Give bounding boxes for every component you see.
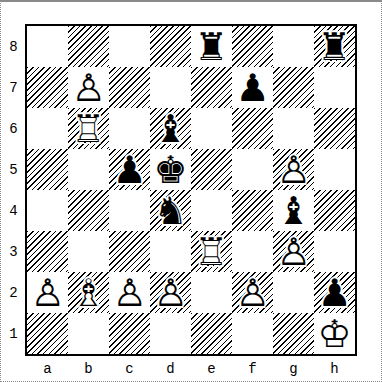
file-label-a: a	[27, 359, 68, 379]
square-c3[interactable]	[109, 231, 150, 272]
piece-black-bishop[interactable]: ♝♝	[150, 108, 191, 149]
square-f7[interactable]: ♟♟	[232, 67, 273, 108]
black-king-glyph: ♚	[150, 149, 191, 190]
square-g5[interactable]: ♟♙	[273, 149, 314, 190]
piece-black-pawn[interactable]: ♟♟	[232, 67, 273, 108]
square-h7[interactable]	[314, 67, 355, 108]
black-bishop-glyph: ♝	[273, 190, 314, 231]
file-label-g: g	[273, 359, 314, 379]
black-bishop-glyph: ♝	[150, 108, 191, 149]
white-pawn-glyph: ♙	[68, 67, 109, 108]
white-pawn-glyph: ♙	[109, 272, 150, 313]
square-b3[interactable]	[68, 231, 109, 272]
square-h6[interactable]	[314, 108, 355, 149]
piece-black-pawn[interactable]: ♟♟	[314, 272, 355, 313]
white-rook-glyph: ♖	[191, 231, 232, 272]
square-b6[interactable]: ♜♖	[68, 108, 109, 149]
file-label-d: d	[150, 359, 191, 379]
piece-white-pawn[interactable]: ♟♙	[232, 272, 273, 313]
piece-white-pawn[interactable]: ♟♙	[273, 149, 314, 190]
square-g8[interactable]	[273, 26, 314, 67]
piece-white-king[interactable]: ♚♔	[314, 313, 355, 354]
square-c1[interactable]	[109, 313, 150, 354]
square-c4[interactable]	[109, 190, 150, 231]
square-a4[interactable]	[27, 190, 68, 231]
square-c2[interactable]: ♟♙	[109, 272, 150, 313]
square-f1[interactable]	[232, 313, 273, 354]
piece-white-pawn[interactable]: ♟♙	[68, 67, 109, 108]
chess-board: ♜♜♜♜♟♙♟♟♜♖♝♝♟♟♚♚♟♙♞♞♝♝♜♖♟♙♟♙♝♗♟♙♟♙♟♙♟♟♚♔	[25, 24, 357, 356]
piece-black-king[interactable]: ♚♚	[150, 149, 191, 190]
white-bishop-glyph: ♗	[68, 272, 109, 313]
black-pawn-glyph: ♟	[314, 272, 355, 313]
piece-white-pawn[interactable]: ♟♙	[27, 272, 68, 313]
square-d2[interactable]: ♟♙	[150, 272, 191, 313]
white-pawn-glyph: ♙	[27, 272, 68, 313]
square-f8[interactable]	[232, 26, 273, 67]
square-b8[interactable]	[68, 26, 109, 67]
square-b4[interactable]	[68, 190, 109, 231]
square-a5[interactable]	[27, 149, 68, 190]
square-f2[interactable]: ♟♙	[232, 272, 273, 313]
piece-white-pawn[interactable]: ♟♙	[150, 272, 191, 313]
square-h8[interactable]: ♜♜	[314, 26, 355, 67]
square-d5[interactable]: ♚♚	[150, 149, 191, 190]
piece-white-rook[interactable]: ♜♖	[191, 231, 232, 272]
square-h4[interactable]	[314, 190, 355, 231]
piece-white-bishop[interactable]: ♝♗	[68, 272, 109, 313]
square-f4[interactable]	[232, 190, 273, 231]
square-h3[interactable]	[314, 231, 355, 272]
piece-black-bishop[interactable]: ♝♝	[273, 190, 314, 231]
square-g6[interactable]	[273, 108, 314, 149]
square-f6[interactable]	[232, 108, 273, 149]
square-e3[interactable]: ♜♖	[191, 231, 232, 272]
square-e8[interactable]: ♜♜	[191, 26, 232, 67]
square-a1[interactable]	[27, 313, 68, 354]
rank-label-5: 5	[5, 149, 22, 190]
piece-white-pawn[interactable]: ♟♙	[109, 272, 150, 313]
white-pawn-glyph: ♙	[232, 272, 273, 313]
white-king-glyph: ♔	[314, 313, 355, 354]
rank-label-2: 2	[5, 272, 22, 313]
square-d8[interactable]	[150, 26, 191, 67]
square-f5[interactable]	[232, 149, 273, 190]
square-c6[interactable]	[109, 108, 150, 149]
square-c8[interactable]	[109, 26, 150, 67]
square-h2[interactable]: ♟♟	[314, 272, 355, 313]
square-d7[interactable]	[150, 67, 191, 108]
black-knight-glyph: ♞	[150, 190, 191, 231]
file-label-f: f	[232, 359, 273, 379]
piece-black-knight[interactable]: ♞♞	[150, 190, 191, 231]
square-g7[interactable]	[273, 67, 314, 108]
black-rook-glyph: ♜	[314, 26, 355, 67]
white-pawn-glyph: ♙	[273, 149, 314, 190]
square-b2[interactable]: ♝♗	[68, 272, 109, 313]
white-pawn-glyph: ♙	[273, 231, 314, 272]
file-label-h: h	[314, 359, 355, 379]
square-h1[interactable]: ♚♔	[314, 313, 355, 354]
rank-label-1: 1	[5, 313, 22, 354]
square-e5[interactable]	[191, 149, 232, 190]
square-a2[interactable]: ♟♙	[27, 272, 68, 313]
file-label-b: b	[68, 359, 109, 379]
square-a7[interactable]	[27, 67, 68, 108]
square-e1[interactable]	[191, 313, 232, 354]
square-b5[interactable]	[68, 149, 109, 190]
black-pawn-glyph: ♟	[232, 67, 273, 108]
piece-white-rook[interactable]: ♜♖	[68, 108, 109, 149]
square-f3[interactable]	[232, 231, 273, 272]
square-e7[interactable]	[191, 67, 232, 108]
white-pawn-glyph: ♙	[150, 272, 191, 313]
square-e2[interactable]	[191, 272, 232, 313]
rank-label-4: 4	[5, 190, 22, 231]
rank-label-8: 8	[5, 26, 22, 67]
square-d4[interactable]: ♞♞	[150, 190, 191, 231]
white-rook-glyph: ♖	[68, 108, 109, 149]
black-rook-glyph: ♜	[191, 26, 232, 67]
square-a3[interactable]	[27, 231, 68, 272]
diagram-frame: ♜♜♜♜♟♙♟♟♜♖♝♝♟♟♚♚♟♙♞♞♝♝♜♖♟♙♟♙♝♗♟♙♟♙♟♙♟♟♚♔…	[0, 0, 382, 382]
square-e4[interactable]	[191, 190, 232, 231]
square-h5[interactable]	[314, 149, 355, 190]
square-d3[interactable]	[150, 231, 191, 272]
file-label-e: e	[191, 359, 232, 379]
rank-label-6: 6	[5, 108, 22, 149]
square-c7[interactable]	[109, 67, 150, 108]
square-b7[interactable]: ♟♙	[68, 67, 109, 108]
piece-black-rook[interactable]: ♜♜	[191, 26, 232, 67]
rank-label-3: 3	[5, 231, 22, 272]
square-d1[interactable]	[150, 313, 191, 354]
square-a6[interactable]	[27, 108, 68, 149]
square-g3[interactable]: ♟♙	[273, 231, 314, 272]
rank-label-7: 7	[5, 67, 22, 108]
square-c5[interactable]: ♟♟	[109, 149, 150, 190]
piece-black-pawn[interactable]: ♟♟	[109, 149, 150, 190]
file-label-c: c	[109, 359, 150, 379]
square-b1[interactable]	[68, 313, 109, 354]
piece-white-pawn[interactable]: ♟♙	[273, 231, 314, 272]
square-g1[interactable]	[273, 313, 314, 354]
square-g4[interactable]: ♝♝	[273, 190, 314, 231]
piece-black-rook[interactable]: ♜♜	[314, 26, 355, 67]
square-d6[interactable]: ♝♝	[150, 108, 191, 149]
square-e6[interactable]	[191, 108, 232, 149]
square-a8[interactable]	[27, 26, 68, 67]
black-pawn-glyph: ♟	[109, 149, 150, 190]
square-g2[interactable]	[273, 272, 314, 313]
